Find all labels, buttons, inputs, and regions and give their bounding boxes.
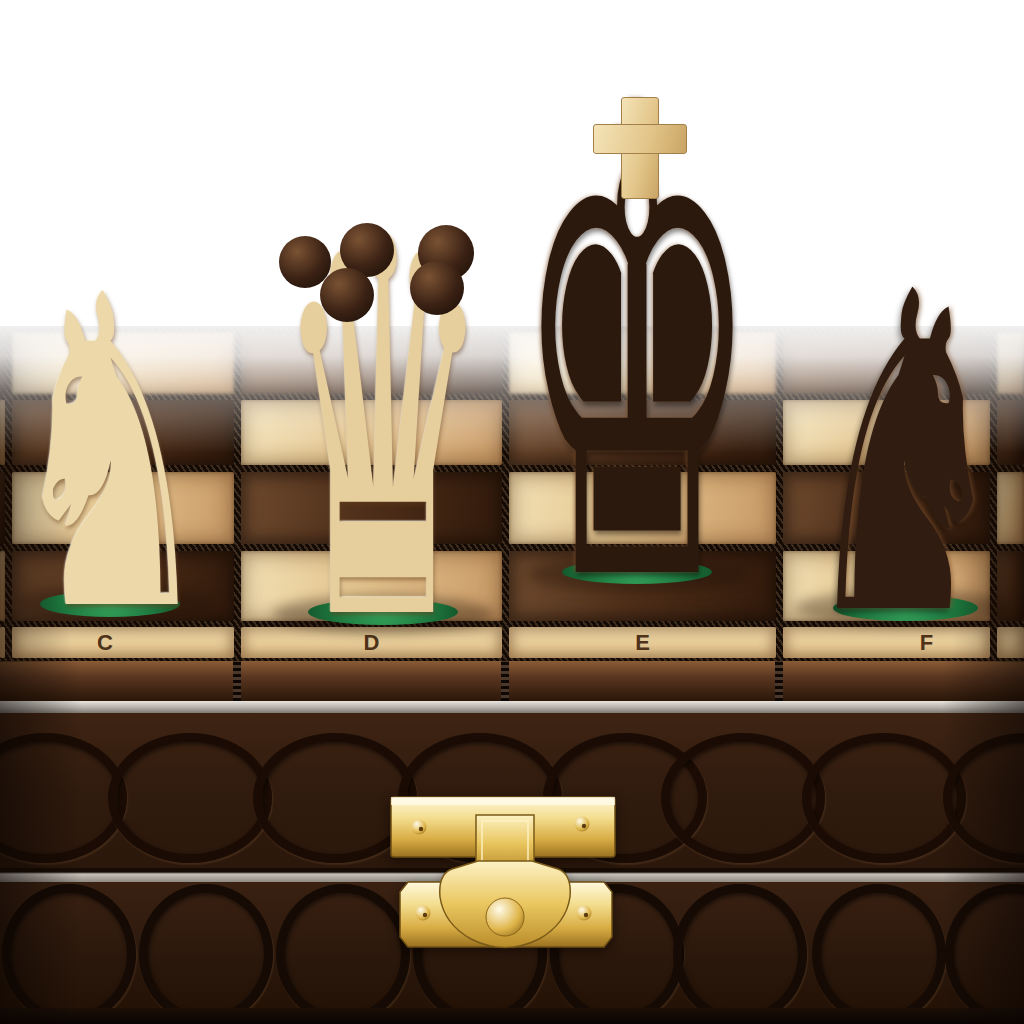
white-knight-c1: ♞	[0, 240, 228, 670]
carved-circle	[673, 884, 807, 1008]
carved-circle	[139, 884, 273, 1008]
queen-crown-ball	[410, 261, 464, 315]
queen-crown-ball	[320, 268, 374, 322]
carved-circle	[945, 884, 1024, 1008]
stitch-grooves	[775, 661, 783, 701]
carved-circle	[661, 733, 825, 863]
king-cross-finial	[593, 124, 687, 154]
carved-circle	[943, 733, 1024, 863]
carved-circle	[802, 733, 966, 863]
carved-circle	[108, 733, 272, 863]
carved-circle	[2, 884, 136, 1008]
carved-circle	[812, 884, 946, 1008]
black-knight-f1: ♞	[786, 236, 1024, 676]
box-bottom-shadow	[0, 1008, 1024, 1024]
stitch-grooves	[233, 661, 241, 701]
brass-latch	[388, 791, 624, 957]
chess-set-photo: CDEF ♞ ♛ ♚ ♞	[0, 0, 1024, 1024]
latch-button	[486, 898, 524, 936]
